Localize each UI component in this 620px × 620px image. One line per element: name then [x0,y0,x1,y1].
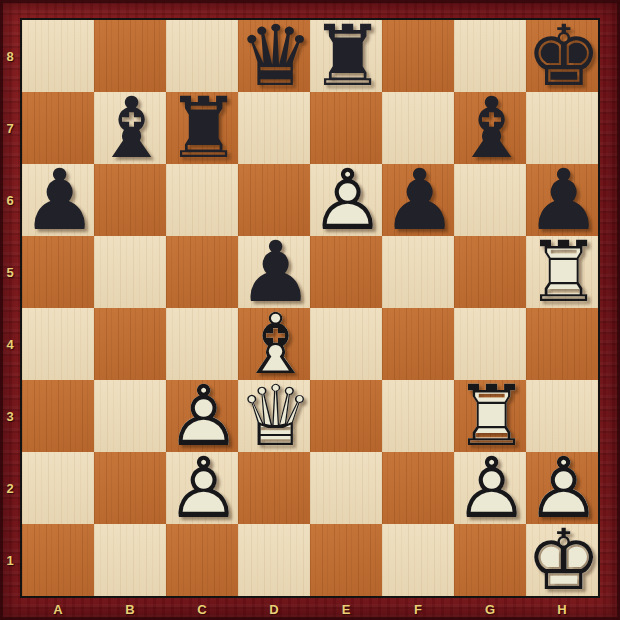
square-f4[interactable] [382,308,454,380]
white-king[interactable]: ♚♔ [526,524,598,596]
chess-board: ♛♜♚♝♜♝♟♟♙♟♟♟♜♖♝♗♟♙♛♕♜♖♟♙♟♙♟♙♚♔ [20,18,600,598]
rank-label-8: 8 [0,20,20,92]
board-frame: 8 7 6 5 4 3 2 1 ♛♜♚♝♜♝♟♟♙♟♟♟♜♖♝♗♟♙♛♕♜♖♟♙… [0,0,620,620]
square-f8[interactable] [382,20,454,92]
square-d8[interactable]: ♛ [238,20,310,92]
square-e3[interactable] [310,380,382,452]
square-f3[interactable] [382,380,454,452]
square-f6[interactable]: ♟ [382,164,454,236]
rank-label-3: 3 [0,380,20,452]
square-g6[interactable] [454,164,526,236]
square-a8[interactable] [22,20,94,92]
square-e8[interactable]: ♜ [310,20,382,92]
white-queen-outline-glyph: ♕ [238,380,310,452]
rank-labels: 8 7 6 5 4 3 2 1 [0,20,20,596]
square-b5[interactable] [94,236,166,308]
white-pawn[interactable]: ♟♙ [166,452,238,524]
black-bishop[interactable]: ♝ [454,92,526,164]
square-c6[interactable] [166,164,238,236]
square-a1[interactable] [22,524,94,596]
black-pawn[interactable]: ♟ [382,164,454,236]
black-pawn-glyph: ♟ [22,164,94,236]
black-queen-glyph: ♛ [238,20,310,92]
white-pawn[interactable]: ♟♙ [454,452,526,524]
square-c7[interactable]: ♜ [166,92,238,164]
square-h4[interactable] [526,308,598,380]
square-h1[interactable]: ♚♔ [526,524,598,596]
black-pawn[interactable]: ♟ [22,164,94,236]
rank-label-2: 2 [0,452,20,524]
square-b6[interactable] [94,164,166,236]
file-label-f: F [382,598,454,620]
black-rook-glyph: ♜ [310,20,382,92]
rank-label-4: 4 [0,308,20,380]
square-f5[interactable] [382,236,454,308]
square-d2[interactable] [238,452,310,524]
square-b4[interactable] [94,308,166,380]
black-rook[interactable]: ♜ [166,92,238,164]
square-b7[interactable]: ♝ [94,92,166,164]
square-a5[interactable] [22,236,94,308]
file-labels: A B C D E F G H [22,598,598,620]
file-label-d: D [238,598,310,620]
white-queen[interactable]: ♛♕ [238,380,310,452]
square-a6[interactable]: ♟ [22,164,94,236]
square-g2[interactable]: ♟♙ [454,452,526,524]
square-e4[interactable] [310,308,382,380]
square-b1[interactable] [94,524,166,596]
rank-label-5: 5 [0,236,20,308]
square-a2[interactable] [22,452,94,524]
square-g7[interactable]: ♝ [454,92,526,164]
black-pawn-glyph: ♟ [382,164,454,236]
square-h8[interactable]: ♚ [526,20,598,92]
file-label-g: G [454,598,526,620]
square-c1[interactable] [166,524,238,596]
black-rook[interactable]: ♜ [310,20,382,92]
square-c2[interactable]: ♟♙ [166,452,238,524]
black-rook-glyph: ♜ [166,92,238,164]
square-g5[interactable] [454,236,526,308]
square-f2[interactable] [382,452,454,524]
file-label-a: A [22,598,94,620]
rank-label-1: 1 [0,524,20,596]
black-bishop-glyph: ♝ [94,92,166,164]
black-king-glyph: ♚ [526,20,598,92]
white-pawn[interactable]: ♟♙ [310,164,382,236]
square-c5[interactable] [166,236,238,308]
square-d7[interactable] [238,92,310,164]
white-pawn-outline-glyph: ♙ [310,164,382,236]
square-g1[interactable] [454,524,526,596]
black-king[interactable]: ♚ [526,20,598,92]
file-label-c: C [166,598,238,620]
file-label-e: E [310,598,382,620]
white-king-outline-glyph: ♔ [526,524,598,596]
black-bishop-glyph: ♝ [454,92,526,164]
square-h5[interactable]: ♜♖ [526,236,598,308]
file-label-b: B [94,598,166,620]
square-a3[interactable] [22,380,94,452]
square-f1[interactable] [382,524,454,596]
square-b3[interactable] [94,380,166,452]
file-label-h: H [526,598,598,620]
white-rook[interactable]: ♜♖ [526,236,598,308]
square-e5[interactable] [310,236,382,308]
white-rook-outline-glyph: ♖ [526,236,598,308]
black-bishop[interactable]: ♝ [94,92,166,164]
square-d3[interactable]: ♛♕ [238,380,310,452]
square-a4[interactable] [22,308,94,380]
square-e6[interactable]: ♟♙ [310,164,382,236]
black-queen[interactable]: ♛ [238,20,310,92]
white-pawn-outline-glyph: ♙ [454,452,526,524]
square-b2[interactable] [94,452,166,524]
square-e2[interactable] [310,452,382,524]
rank-label-7: 7 [0,92,20,164]
square-d1[interactable] [238,524,310,596]
square-e1[interactable] [310,524,382,596]
white-pawn-outline-glyph: ♙ [166,452,238,524]
rank-label-6: 6 [0,164,20,236]
